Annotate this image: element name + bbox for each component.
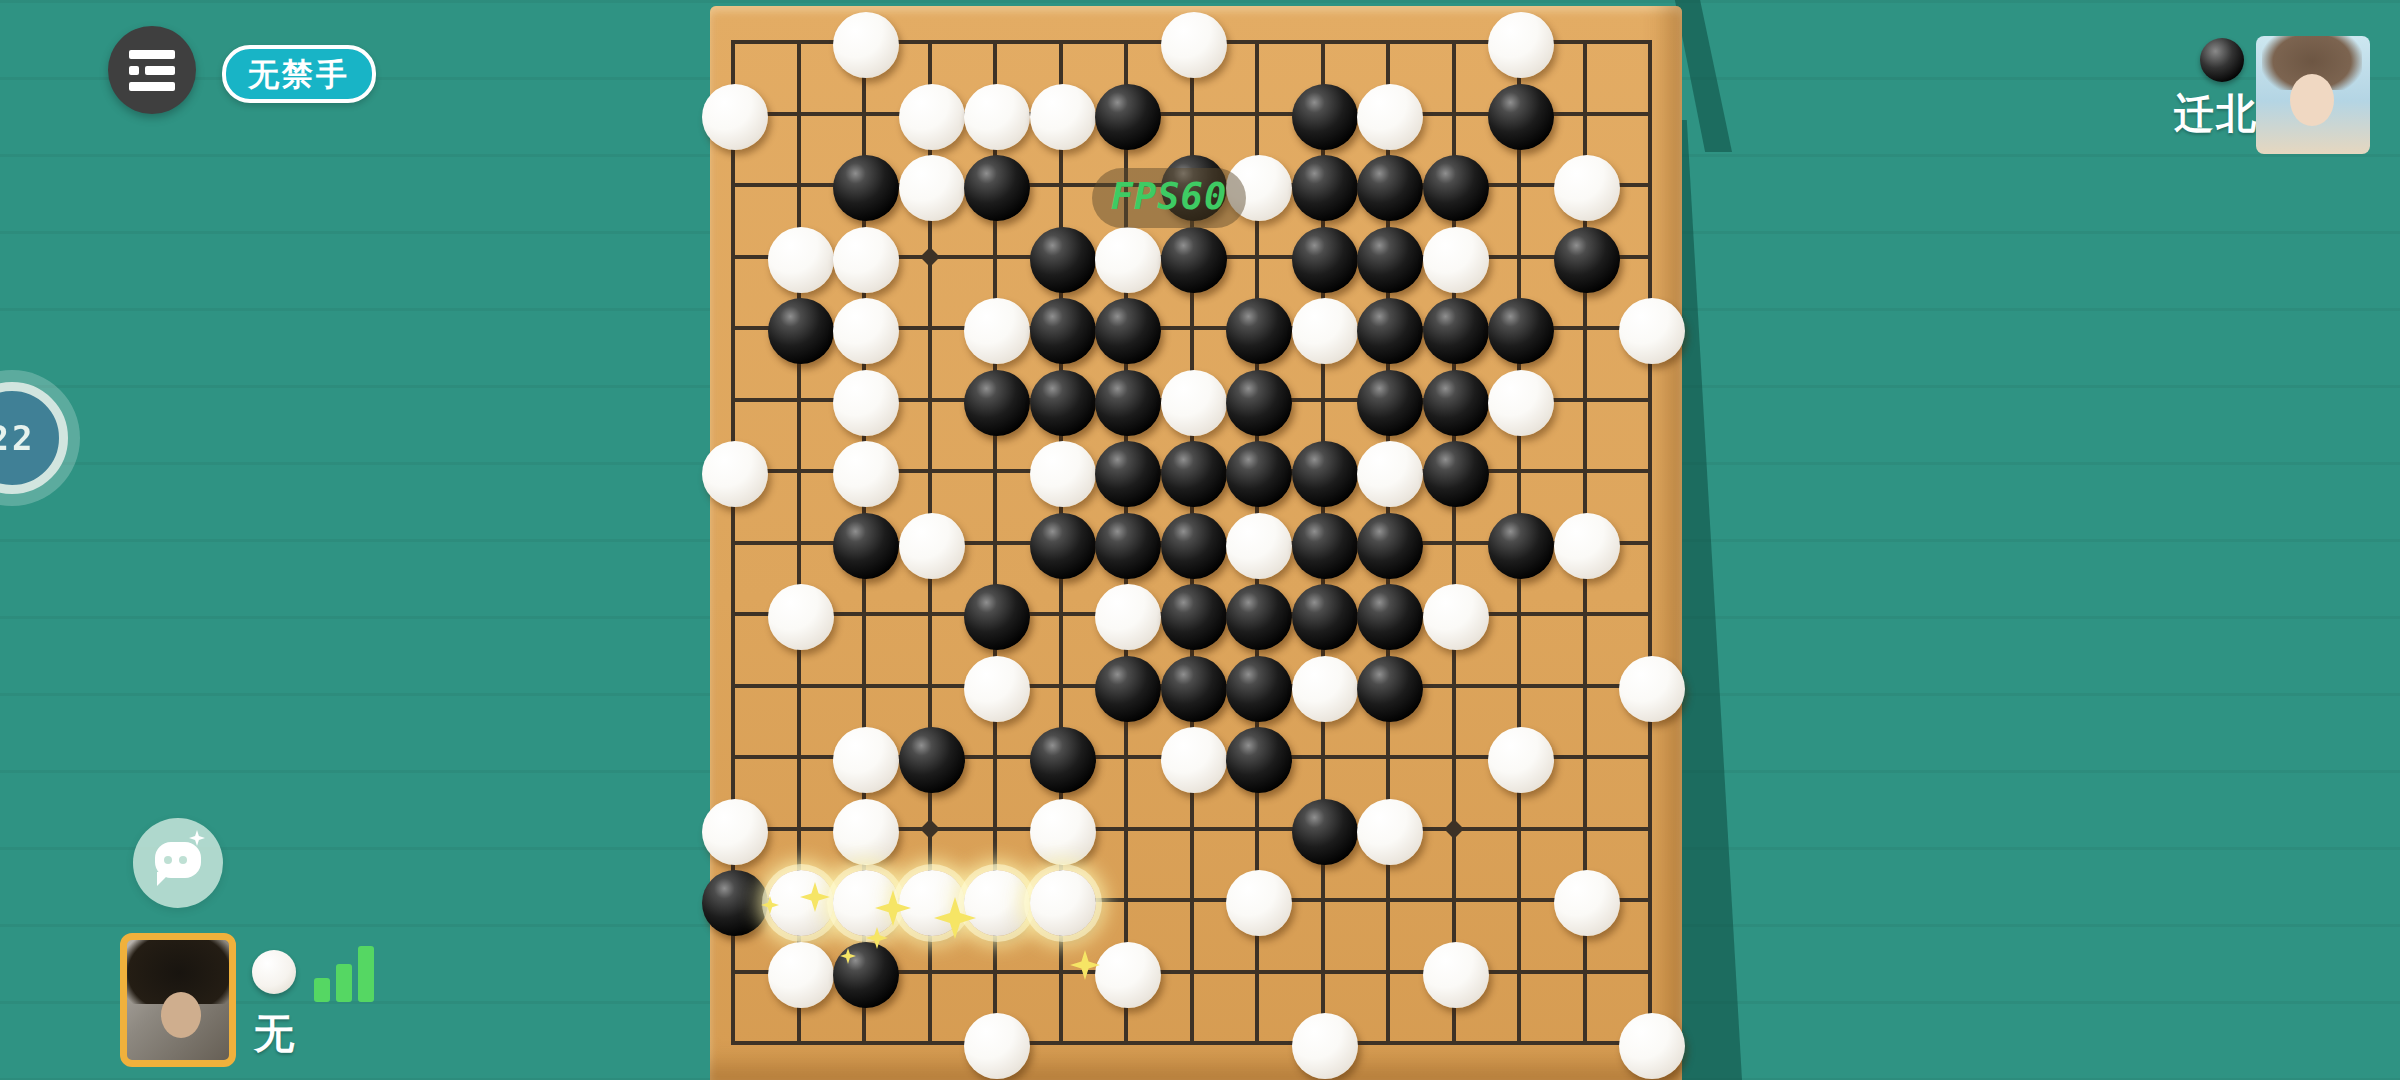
white-stone [964,298,1030,364]
black-stone [1292,584,1358,650]
white-stone [1095,584,1161,650]
white-stone [1030,799,1096,865]
rule-badge: 无禁手 [222,45,376,103]
black-stone [833,513,899,579]
top-player-name: 迁北 [2128,86,2258,141]
black-stone [1357,370,1423,436]
white-stone [1357,799,1423,865]
black-stone [1161,656,1227,722]
white-stone [1357,84,1423,150]
white-stone [768,584,834,650]
black-stone [1357,298,1423,364]
white-stone [1619,1013,1685,1079]
white-stone [1161,12,1227,78]
black-stone [1292,441,1358,507]
black-stone [1226,441,1292,507]
white-stone [833,298,899,364]
black-stone [1030,227,1096,293]
white-stone [964,1013,1030,1079]
white-stone [768,942,834,1008]
black-stone [899,727,965,793]
black-stone [1292,84,1358,150]
white-stone [1423,942,1489,1008]
connection-signal-icon [314,942,380,1002]
white-stone [1030,870,1096,936]
white-stone [899,513,965,579]
white-stone [964,84,1030,150]
star-point [920,819,940,839]
white-stone [702,84,768,150]
bottom-player-name: 无 [238,1006,310,1061]
black-stone [1030,727,1096,793]
menu-button[interactable] [108,26,196,114]
black-stone [1030,513,1096,579]
black-stone [1095,298,1161,364]
white-stone [1554,155,1620,221]
black-stone [1161,227,1227,293]
black-stone [1423,370,1489,436]
black-stone [768,298,834,364]
white-stone [1488,12,1554,78]
white-stone [964,870,1030,936]
black-stone [1226,584,1292,650]
white-stone [1161,370,1227,436]
white-stone [702,441,768,507]
white-stone [1226,513,1292,579]
black-stone [1226,370,1292,436]
bottom-player-avatar[interactable] [120,933,236,1067]
black-stone [1161,584,1227,650]
black-stone [833,942,899,1008]
black-stone [1095,513,1161,579]
black-stone [1226,727,1292,793]
white-stone [1030,441,1096,507]
white-stone [1095,942,1161,1008]
black-stone [1095,370,1161,436]
white-stone [833,441,899,507]
top-player-avatar[interactable] [2256,36,2370,154]
black-stone [964,584,1030,650]
black-stone [1161,441,1227,507]
grid-line [1648,40,1652,1045]
white-stone [833,799,899,865]
black-stone [1554,227,1620,293]
white-stone [1554,513,1620,579]
black-stone [1095,441,1161,507]
white-stone [1619,656,1685,722]
black-stone [1161,513,1227,579]
white-stone [899,84,965,150]
white-stone [1554,870,1620,936]
black-stone [1423,298,1489,364]
black-stone [1488,513,1554,579]
board-drop-shadow [1682,120,1742,1080]
chat-bubble-icon [155,842,201,878]
white-stone [1488,727,1554,793]
white-stone [1161,727,1227,793]
chat-button[interactable] [133,818,223,908]
black-stone [1423,155,1489,221]
white-stone [833,370,899,436]
black-stone [1357,155,1423,221]
white-stone [833,12,899,78]
black-stone [1030,370,1096,436]
white-stone [1488,370,1554,436]
white-stone [833,227,899,293]
white-stone [702,799,768,865]
black-stone [964,155,1030,221]
fps-counter: FPS60 [1092,168,1246,228]
black-stone [1423,441,1489,507]
black-stone [1357,227,1423,293]
black-stone [1292,513,1358,579]
white-stone [1357,441,1423,507]
white-stone [768,870,834,936]
star-point [920,247,940,267]
black-stone [964,370,1030,436]
white-stone [768,227,834,293]
white-stone [1226,870,1292,936]
black-stone [1488,84,1554,150]
star-point [1444,819,1464,839]
black-stone [1357,656,1423,722]
black-stone [833,155,899,221]
black-stone [1095,84,1161,150]
black-stone [1292,799,1358,865]
grid-line [731,1041,1652,1045]
white-stone [1095,227,1161,293]
black-stone [1488,298,1554,364]
white-stone [899,155,965,221]
white-stone [1292,1013,1358,1079]
black-stone [1226,298,1292,364]
black-stone [702,870,768,936]
white-stone-icon [252,950,296,994]
white-stone [1292,656,1358,722]
black-stone [1226,656,1292,722]
black-stone [1292,155,1358,221]
white-stone [964,656,1030,722]
black-stone [1030,298,1096,364]
black-stone [1292,227,1358,293]
white-stone [1423,227,1489,293]
black-stone [1357,584,1423,650]
white-stone [1292,298,1358,364]
white-stone [1619,298,1685,364]
black-stone-icon [2200,38,2244,82]
black-stone [1095,656,1161,722]
white-stone [1030,84,1096,150]
black-stone [1357,513,1423,579]
white-stone [1423,584,1489,650]
white-stone [833,727,899,793]
hamburger-icon [129,50,175,59]
